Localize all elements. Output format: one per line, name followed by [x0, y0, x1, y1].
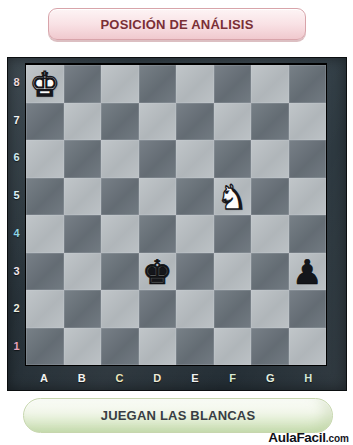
rank-labels: 87654321: [8, 63, 25, 365]
square-d4: [139, 215, 177, 253]
square-b1: [64, 328, 102, 366]
white-knight-f5: ♞: [214, 178, 252, 216]
square-h6: [289, 140, 327, 178]
square-g6: [251, 140, 289, 178]
square-f5: ♞: [214, 178, 252, 216]
square-f2: [214, 290, 252, 328]
square-d7: [139, 103, 177, 141]
black-king-d3: ♚: [139, 253, 177, 291]
square-e3: [176, 253, 214, 291]
square-e5: [176, 178, 214, 216]
square-b8: [64, 65, 102, 103]
rank-label-1: 1: [8, 327, 25, 365]
analysis-banner: POSICIÓN DE ANÁLISIS: [48, 8, 306, 40]
file-label-C: C: [101, 367, 139, 389]
square-b2: [64, 290, 102, 328]
file-label-D: D: [138, 367, 176, 389]
rank-label-5: 5: [8, 176, 25, 214]
square-g2: [251, 290, 289, 328]
square-c3: [101, 253, 139, 291]
square-b5: [64, 178, 102, 216]
square-g4: [251, 215, 289, 253]
rank-label-2: 2: [8, 290, 25, 328]
square-a7: [26, 103, 64, 141]
square-d1: [139, 328, 177, 366]
square-c5: [101, 178, 139, 216]
file-label-G: G: [252, 367, 290, 389]
board-squares: ♚♞♚♟: [25, 63, 327, 366]
square-c4: [101, 215, 139, 253]
square-d2: [139, 290, 177, 328]
brand-name: AulaFacil: [268, 430, 325, 445]
square-h5: [289, 178, 327, 216]
square-b7: [64, 103, 102, 141]
square-g3: [251, 253, 289, 291]
square-a6: [26, 140, 64, 178]
square-f3: [214, 253, 252, 291]
analysis-banner-label: POSICIÓN DE ANÁLISIS: [100, 17, 253, 32]
rank-label-8: 8: [8, 63, 25, 101]
square-d3: ♚: [139, 253, 177, 291]
square-g7: [251, 103, 289, 141]
square-b4: [64, 215, 102, 253]
chess-board: 87654321 ♚♞♚♟ ABCDEFGH: [7, 57, 347, 391]
square-b3: [64, 253, 102, 291]
rank-label-7: 7: [8, 101, 25, 139]
square-h7: [289, 103, 327, 141]
square-f8: [214, 65, 252, 103]
file-label-A: A: [25, 367, 63, 389]
rank-label-4: 4: [8, 214, 25, 252]
square-b6: [64, 140, 102, 178]
square-g8: [251, 65, 289, 103]
square-d6: [139, 140, 177, 178]
square-h8: [289, 65, 327, 103]
square-h1: [289, 328, 327, 366]
black-pawn-h3: ♟: [289, 253, 327, 291]
square-a3: [26, 253, 64, 291]
square-g1: [251, 328, 289, 366]
file-label-E: E: [176, 367, 214, 389]
square-h2: [289, 290, 327, 328]
square-f1: [214, 328, 252, 366]
square-c1: [101, 328, 139, 366]
file-label-B: B: [63, 367, 101, 389]
square-h3: ♟: [289, 253, 327, 291]
square-g5: [251, 178, 289, 216]
square-a8: ♚: [26, 65, 64, 103]
square-a5: [26, 178, 64, 216]
square-c8: [101, 65, 139, 103]
rank-label-3: 3: [8, 252, 25, 290]
square-f4: [214, 215, 252, 253]
white-king-a8: ♚: [26, 65, 64, 103]
square-a1: [26, 328, 64, 366]
square-e4: [176, 215, 214, 253]
page: POSICIÓN DE ANÁLISIS 87654321 ♚♞♚♟ ABCDE…: [0, 0, 353, 445]
square-f6: [214, 140, 252, 178]
square-c7: [101, 103, 139, 141]
square-h4: [289, 215, 327, 253]
square-d5: [139, 178, 177, 216]
square-e8: [176, 65, 214, 103]
rank-label-6: 6: [8, 139, 25, 177]
square-e1: [176, 328, 214, 366]
file-labels: ABCDEFGH: [25, 367, 327, 389]
square-a4: [26, 215, 64, 253]
square-e7: [176, 103, 214, 141]
square-a2: [26, 290, 64, 328]
brand: AulaFacil.com: [268, 428, 349, 445]
turn-banner-label: JUEGAN LAS BLANCAS: [101, 408, 256, 423]
file-label-F: F: [214, 367, 252, 389]
square-c6: [101, 140, 139, 178]
square-c2: [101, 290, 139, 328]
file-label-H: H: [289, 367, 327, 389]
square-f7: [214, 103, 252, 141]
brand-domain-suffix: .com: [326, 433, 349, 444]
square-e2: [176, 290, 214, 328]
square-d8: [139, 65, 177, 103]
square-e6: [176, 140, 214, 178]
